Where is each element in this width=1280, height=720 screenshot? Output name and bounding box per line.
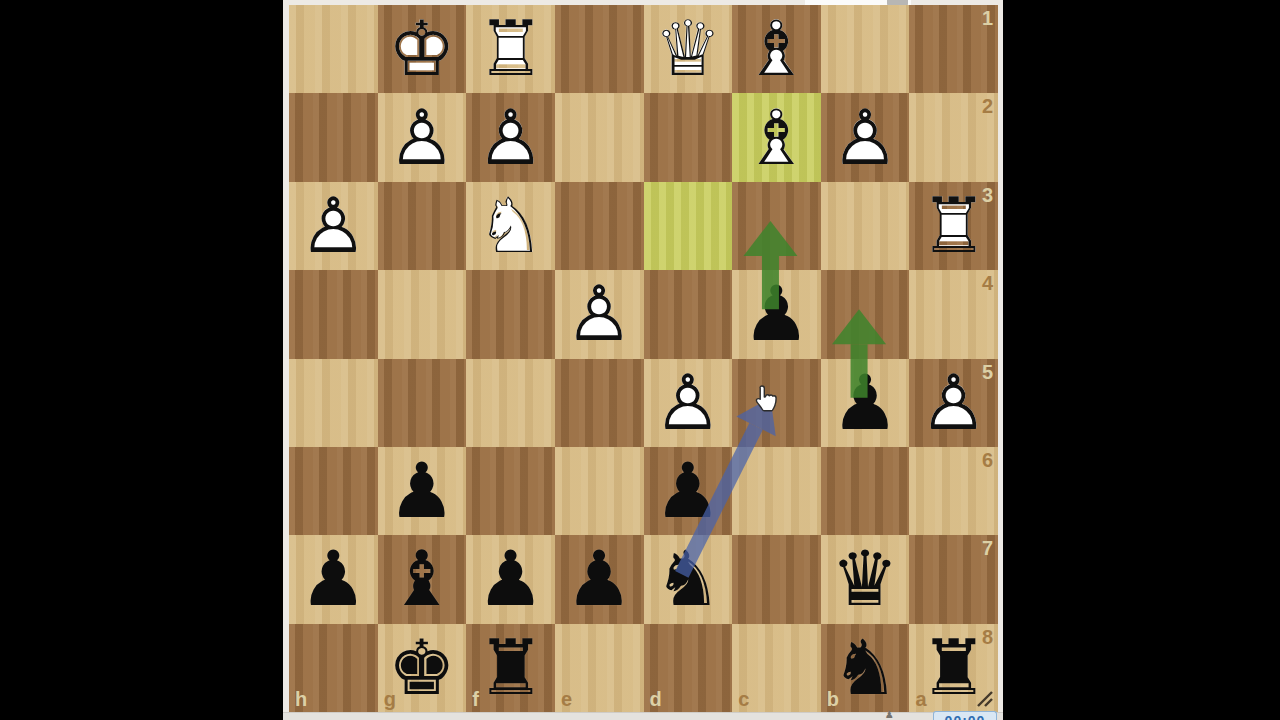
- square-e3[interactable]: [555, 182, 644, 270]
- square-f6[interactable]: [466, 447, 555, 535]
- chess-board[interactable]: ♚♔♜♖♛♕♝♗1♟♙♟♙♝♗♟♙2♟♙♞♘♜♖3♟♙♟4♟♙♟♟♙5♟♟6♟♝…: [289, 5, 998, 712]
- square-e4[interactable]: ♟♙: [555, 270, 644, 358]
- square-e7[interactable]: ♟: [555, 535, 644, 623]
- white-pawn[interactable]: ♟♙: [555, 270, 644, 358]
- rank-label-7: 7: [982, 538, 993, 558]
- square-g3[interactable]: [378, 182, 467, 270]
- square-h3[interactable]: ♟♙: [289, 182, 378, 270]
- white-pawn[interactable]: ♟♙: [466, 93, 555, 181]
- square-a7[interactable]: 7: [909, 535, 998, 623]
- clock-text: 00:00: [934, 714, 996, 720]
- square-g7[interactable]: ♝: [378, 535, 467, 623]
- square-f8[interactable]: ♜f: [466, 624, 555, 712]
- square-e2[interactable]: [555, 93, 644, 181]
- square-d3[interactable]: [644, 182, 733, 270]
- black-pawn[interactable]: ♟: [732, 270, 821, 358]
- square-h4[interactable]: [289, 270, 378, 358]
- board-resize-handle[interactable]: [975, 689, 994, 708]
- rank-label-4: 4: [982, 273, 993, 293]
- file-label-e: e: [561, 689, 572, 709]
- white-king[interactable]: ♚♔: [378, 5, 467, 93]
- white-bishop[interactable]: ♝♗: [732, 5, 821, 93]
- mini-piece-icon: ♟: [885, 710, 894, 720]
- square-d5[interactable]: ♟♙: [644, 359, 733, 447]
- square-d6[interactable]: ♟: [644, 447, 733, 535]
- square-b7[interactable]: ♛: [821, 535, 910, 623]
- square-b4[interactable]: [821, 270, 910, 358]
- square-g4[interactable]: [378, 270, 467, 358]
- black-pawn[interactable]: ♟: [466, 535, 555, 623]
- square-a5[interactable]: ♟♙5: [909, 359, 998, 447]
- file-label-g: g: [384, 689, 396, 709]
- file-label-a: a: [915, 689, 926, 709]
- square-b2[interactable]: ♟♙: [821, 93, 910, 181]
- square-g2[interactable]: ♟♙: [378, 93, 467, 181]
- square-b6[interactable]: [821, 447, 910, 535]
- square-f2[interactable]: ♟♙: [466, 93, 555, 181]
- white-knight[interactable]: ♞♘: [466, 182, 555, 270]
- square-e6[interactable]: [555, 447, 644, 535]
- square-d2[interactable]: [644, 93, 733, 181]
- square-f7[interactable]: ♟: [466, 535, 555, 623]
- square-f4[interactable]: [466, 270, 555, 358]
- white-pawn[interactable]: ♟♙: [378, 93, 467, 181]
- square-c5[interactable]: [732, 359, 821, 447]
- square-f5[interactable]: [466, 359, 555, 447]
- square-h1[interactable]: [289, 5, 378, 93]
- rank-label-2: 2: [982, 96, 993, 116]
- square-h2[interactable]: [289, 93, 378, 181]
- square-f1[interactable]: ♜♖: [466, 5, 555, 93]
- square-e1[interactable]: [555, 5, 644, 93]
- file-label-d: d: [650, 689, 662, 709]
- black-knight[interactable]: ♞: [644, 535, 733, 623]
- square-a6[interactable]: 6: [909, 447, 998, 535]
- square-a3[interactable]: ♜♖3: [909, 182, 998, 270]
- square-e8[interactable]: e: [555, 624, 644, 712]
- square-a1[interactable]: 1: [909, 5, 998, 93]
- square-g6[interactable]: ♟: [378, 447, 467, 535]
- rank-label-3: 3: [982, 185, 993, 205]
- square-d4[interactable]: [644, 270, 733, 358]
- white-queen[interactable]: ♛♕: [644, 5, 733, 93]
- square-c4[interactable]: ♟: [732, 270, 821, 358]
- square-b8[interactable]: ♞b: [821, 624, 910, 712]
- file-label-b: b: [827, 689, 839, 709]
- file-label-h: h: [295, 689, 307, 709]
- square-e5[interactable]: [555, 359, 644, 447]
- square-a2[interactable]: 2: [909, 93, 998, 181]
- square-g8[interactable]: ♚g: [378, 624, 467, 712]
- rank-label-1: 1: [982, 8, 993, 28]
- black-pawn[interactable]: ♟: [289, 535, 378, 623]
- square-a4[interactable]: 4: [909, 270, 998, 358]
- square-d8[interactable]: d: [644, 624, 733, 712]
- square-b5[interactable]: ♟: [821, 359, 910, 447]
- square-c1[interactable]: ♝♗: [732, 5, 821, 93]
- square-b3[interactable]: [821, 182, 910, 270]
- square-g5[interactable]: [378, 359, 467, 447]
- file-label-f: f: [472, 689, 479, 709]
- square-b1[interactable]: [821, 5, 910, 93]
- white-bishop[interactable]: ♝♗: [732, 93, 821, 181]
- rank-label-5: 5: [982, 362, 993, 382]
- board-frame: ♚♔♜♖♛♕♝♗1♟♙♟♙♝♗♟♙2♟♙♞♘♜♖3♟♙♟4♟♙♟♟♙5♟♟6♟♝…: [283, 0, 1003, 720]
- clock: 00:00: [933, 711, 997, 720]
- white-pawn[interactable]: ♟♙: [289, 182, 378, 270]
- square-a8[interactable]: ♜8a: [909, 624, 998, 712]
- black-pawn[interactable]: ♟: [644, 447, 733, 535]
- square-g1[interactable]: ♚♔: [378, 5, 467, 93]
- black-pawn[interactable]: ♟: [821, 359, 910, 447]
- square-h5[interactable]: [289, 359, 378, 447]
- bottom-toolbar-strip: [283, 712, 1003, 720]
- white-pawn[interactable]: ♟♙: [821, 93, 910, 181]
- black-pawn[interactable]: ♟: [555, 535, 644, 623]
- square-c8[interactable]: c: [732, 624, 821, 712]
- rank-label-8: 8: [982, 627, 993, 647]
- black-rook[interactable]: ♜: [466, 624, 555, 712]
- black-bishop[interactable]: ♝: [378, 535, 467, 623]
- square-c6[interactable]: [732, 447, 821, 535]
- rank-label-6: 6: [982, 450, 993, 470]
- square-d1[interactable]: ♛♕: [644, 5, 733, 93]
- square-h7[interactable]: ♟: [289, 535, 378, 623]
- square-c7[interactable]: [732, 535, 821, 623]
- white-pawn[interactable]: ♟♙: [644, 359, 733, 447]
- square-h8[interactable]: h: [289, 624, 378, 712]
- square-d7[interactable]: ♞: [644, 535, 733, 623]
- square-f3[interactable]: ♞♘: [466, 182, 555, 270]
- black-queen[interactable]: ♛: [821, 535, 910, 623]
- square-h6[interactable]: [289, 447, 378, 535]
- square-c2[interactable]: ♝♗: [732, 93, 821, 181]
- file-label-c: c: [738, 689, 749, 709]
- square-c3[interactable]: [732, 182, 821, 270]
- stage: ♚♔♜♖♛♕♝♗1♟♙♟♙♝♗♟♙2♟♙♞♘♜♖3♟♙♟4♟♙♟♟♙5♟♟6♟♝…: [0, 0, 1280, 720]
- black-pawn[interactable]: ♟: [378, 447, 467, 535]
- white-rook[interactable]: ♜♖: [466, 5, 555, 93]
